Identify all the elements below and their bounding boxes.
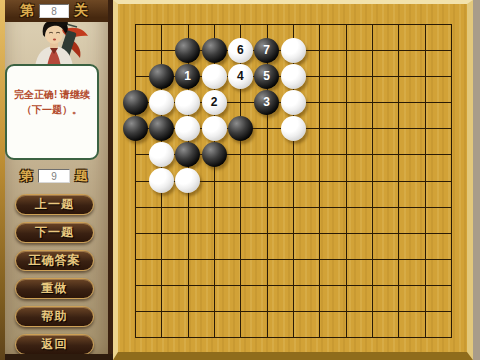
white-stone-move-2: 2 xyxy=(202,90,227,115)
level-number-input[interactable]: 8 xyxy=(39,4,69,18)
white-stone xyxy=(149,168,174,193)
white-stone xyxy=(202,64,227,89)
question-label-prefix: 第 xyxy=(20,167,33,185)
grid-line-vertical xyxy=(398,24,399,338)
grid-line-horizontal xyxy=(135,285,452,286)
prev-question-button[interactable]: 上一题 xyxy=(15,194,94,215)
white-stone xyxy=(149,142,174,167)
portrait-woman-illustration xyxy=(17,19,91,67)
black-stone xyxy=(123,90,148,115)
grid-line-vertical xyxy=(425,24,426,338)
button-column: 上一题 下一题 正确答案 重做 帮助 返回 xyxy=(15,194,94,360)
white-stone xyxy=(149,90,174,115)
black-stone xyxy=(202,38,227,63)
white-stone xyxy=(202,116,227,141)
question-number-value: 9 xyxy=(51,171,57,182)
white-stone-move-4: 4 xyxy=(228,64,253,89)
grid-line-vertical xyxy=(346,24,347,338)
grid-line-horizontal xyxy=(135,311,452,312)
back-button[interactable]: 返回 xyxy=(15,334,94,355)
black-stone xyxy=(149,116,174,141)
app-window: 第 8 关 xyxy=(0,0,480,360)
white-stone xyxy=(281,64,306,89)
black-stone xyxy=(202,142,227,167)
black-stone xyxy=(149,64,174,89)
level-header: 第 8 关 xyxy=(0,0,108,22)
black-stone xyxy=(175,142,200,167)
level-label-suffix: 关 xyxy=(74,2,88,20)
white-stone xyxy=(175,116,200,141)
grid-line-vertical xyxy=(319,24,320,338)
black-stone-move-3: 3 xyxy=(254,90,279,115)
level-number-value: 8 xyxy=(51,6,57,17)
black-stone xyxy=(228,116,253,141)
avatar-image xyxy=(17,19,91,67)
grid-line-horizontal xyxy=(135,207,452,208)
black-stone-move-1: 1 xyxy=(175,64,200,89)
message-line1: 完全正确! 请继续 xyxy=(7,87,97,102)
question-label-suffix: 题 xyxy=(75,167,88,185)
help-button[interactable]: 帮助 xyxy=(15,306,94,327)
white-stone xyxy=(175,168,200,193)
sidebar: 第 8 关 xyxy=(0,0,113,360)
left-frame-strip xyxy=(0,0,5,360)
black-stone xyxy=(175,38,200,63)
grid-line-horizontal xyxy=(135,233,452,234)
message-line2: （下一题）。 xyxy=(7,102,97,117)
grid-line-vertical xyxy=(451,24,452,338)
go-board[interactable]: 6714523 xyxy=(113,0,473,360)
board-grid[interactable]: 6714523 xyxy=(135,24,451,337)
white-stone-move-6: 6 xyxy=(228,38,253,63)
black-stone-move-7: 7 xyxy=(254,38,279,63)
level-label-prefix: 第 xyxy=(20,2,34,20)
grid-line-horizontal xyxy=(135,337,452,338)
redo-button[interactable]: 重做 xyxy=(15,278,94,299)
white-stone xyxy=(281,90,306,115)
white-stone xyxy=(175,90,200,115)
white-stone xyxy=(281,38,306,63)
question-row: 第 9 题 xyxy=(0,167,108,185)
right-background-strip xyxy=(473,0,480,360)
grid-line-vertical xyxy=(372,24,373,338)
bottom-frame-strip xyxy=(0,354,113,360)
question-number-input[interactable]: 9 xyxy=(38,169,70,183)
grid-line-horizontal xyxy=(135,259,452,260)
message-box: 完全正确! 请继续 （下一题）。 xyxy=(5,64,99,160)
black-stone xyxy=(123,116,148,141)
correct-answer-button[interactable]: 正确答案 xyxy=(15,250,94,271)
next-question-button[interactable]: 下一题 xyxy=(15,222,94,243)
white-stone xyxy=(281,116,306,141)
black-stone-move-5: 5 xyxy=(254,64,279,89)
